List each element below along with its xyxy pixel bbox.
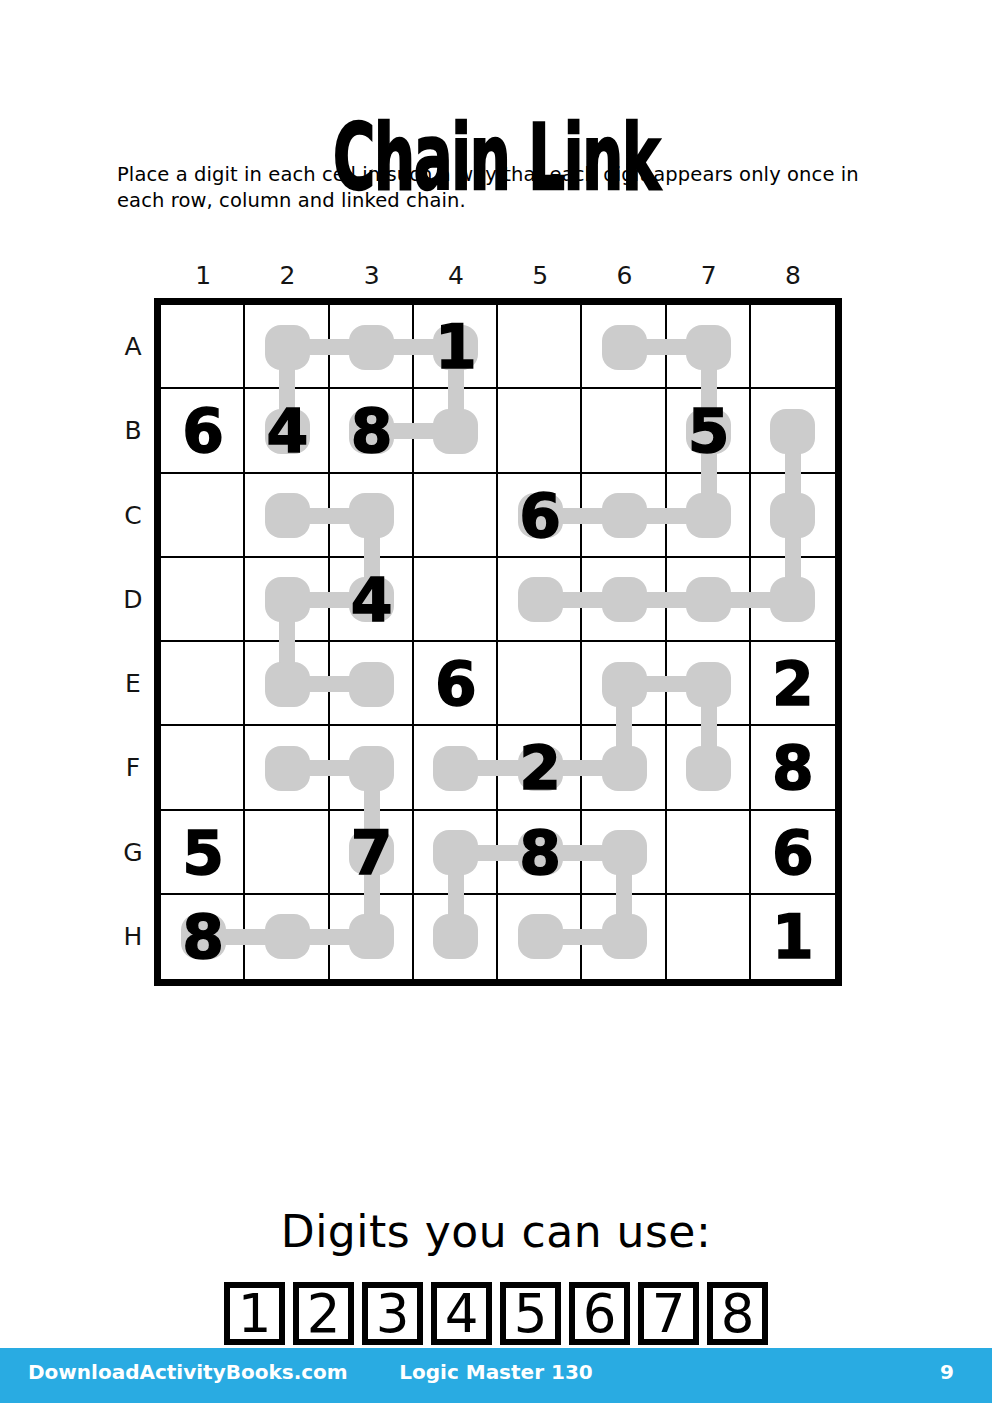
chain-dot-H6 <box>602 914 647 959</box>
given-digit-B3: 8 <box>330 389 414 473</box>
col-label-4: 4 <box>434 261 478 291</box>
chain-dot-E7 <box>686 662 731 707</box>
puzzle-page: Chain Link Place a digit in each cell in… <box>0 0 992 1403</box>
given-digit-G5: 8 <box>498 811 582 895</box>
digit-box-label-4: 4 <box>445 1287 479 1340</box>
digit-box-label-7: 7 <box>652 1287 686 1340</box>
cell-D4 <box>414 558 498 642</box>
chain-dot-B4 <box>433 409 478 454</box>
given-digit-E4: 6 <box>414 642 498 726</box>
footer-page-number: 9 <box>940 1348 954 1396</box>
chain-dot-C7 <box>686 493 731 538</box>
instructions-line-2: each row, column and linked chain. <box>117 188 859 214</box>
chain-dot-B8 <box>770 409 815 454</box>
digit-box-8: 8 <box>707 1282 768 1345</box>
footer-bar: DownloadActivityBooks.com Logic Master 1… <box>0 1348 992 1403</box>
chain-dot-H4 <box>433 914 478 959</box>
given-digit-D3: 4 <box>330 558 414 642</box>
digit-boxes: 12345678 <box>0 1282 992 1345</box>
cell-G7 <box>667 811 751 895</box>
row-label-H: H <box>111 922 155 952</box>
col-label-6: 6 <box>602 261 646 291</box>
puzzle-board: 16485646228578681 <box>154 298 842 986</box>
chain-dot-F4 <box>433 746 478 791</box>
chain-dot-E2 <box>265 662 310 707</box>
row-label-A: A <box>111 332 155 362</box>
chain-dot-D8 <box>770 577 815 622</box>
chain-dot-H5 <box>518 914 563 959</box>
cell-C4 <box>414 474 498 558</box>
cell-D1 <box>161 558 245 642</box>
cell-A1 <box>161 305 245 389</box>
chain-dot-H2 <box>265 914 310 959</box>
chain-dot-G4 <box>433 830 478 875</box>
col-label-1: 1 <box>181 261 225 291</box>
row-label-F: F <box>111 753 155 783</box>
row-label-G: G <box>111 838 155 868</box>
chain-dot-D7 <box>686 577 731 622</box>
given-digit-B2: 4 <box>245 389 329 473</box>
col-label-8: 8 <box>771 261 815 291</box>
chain-dot-E3 <box>349 662 394 707</box>
row-label-D: D <box>111 585 155 615</box>
digit-box-4: 4 <box>431 1282 492 1345</box>
chain-dot-A6 <box>602 325 647 370</box>
cell-H7 <box>667 895 751 979</box>
chain-dot-F6 <box>602 746 647 791</box>
digit-box-label-1: 1 <box>238 1287 272 1340</box>
col-label-5: 5 <box>518 261 562 291</box>
chain-dot-C3 <box>349 493 394 538</box>
given-digit-F8: 8 <box>751 726 835 810</box>
cell-A5 <box>498 305 582 389</box>
instructions: Place a digit in each cell in such a way… <box>117 162 859 214</box>
digit-box-2: 2 <box>293 1282 354 1345</box>
row-label-E: E <box>111 669 155 699</box>
chain-dot-F3 <box>349 746 394 791</box>
cell-G2 <box>245 811 329 895</box>
chain-dot-A7 <box>686 325 731 370</box>
digit-box-1: 1 <box>224 1282 285 1345</box>
given-digit-B7: 5 <box>667 389 751 473</box>
given-digit-G3: 7 <box>330 811 414 895</box>
chain-dot-D5 <box>518 577 563 622</box>
digit-box-label-8: 8 <box>721 1287 755 1340</box>
footer-book-title: Logic Master 130 <box>0 1348 992 1396</box>
cell-C1 <box>161 474 245 558</box>
row-label-B: B <box>111 416 155 446</box>
col-label-2: 2 <box>265 261 309 291</box>
chain-dot-C2 <box>265 493 310 538</box>
given-digit-H8: 1 <box>751 895 835 979</box>
chain-dot-C6 <box>602 493 647 538</box>
col-label-7: 7 <box>687 261 731 291</box>
instructions-line-1: Place a digit in each cell in such a way… <box>117 162 859 188</box>
digits-heading: Digits you can use: <box>0 1206 992 1258</box>
row-label-C: C <box>111 501 155 531</box>
chain-dot-A3 <box>349 325 394 370</box>
chain-dot-G6 <box>602 830 647 875</box>
given-digit-A4: 1 <box>414 305 498 389</box>
digit-box-5: 5 <box>500 1282 561 1345</box>
given-digit-B1: 6 <box>161 389 245 473</box>
cell-F1 <box>161 726 245 810</box>
given-digit-G1: 5 <box>161 811 245 895</box>
cell-B6 <box>582 389 666 473</box>
chain-dot-D2 <box>265 577 310 622</box>
digit-box-label-3: 3 <box>376 1287 410 1340</box>
digit-box-6: 6 <box>569 1282 630 1345</box>
chain-dot-H3 <box>349 914 394 959</box>
chain-dot-F2 <box>265 746 310 791</box>
chain-dot-F7 <box>686 746 731 791</box>
given-digit-F5: 2 <box>498 726 582 810</box>
chain-dot-D6 <box>602 577 647 622</box>
given-digit-C5: 6 <box>498 474 582 558</box>
digit-box-label-2: 2 <box>307 1287 341 1340</box>
cell-E5 <box>498 642 582 726</box>
cell-E1 <box>161 642 245 726</box>
digit-box-7: 7 <box>638 1282 699 1345</box>
chain-dot-C8 <box>770 493 815 538</box>
cell-A8 <box>751 305 835 389</box>
digit-box-label-5: 5 <box>514 1287 548 1340</box>
cell-B5 <box>498 389 582 473</box>
chain-dot-E6 <box>602 662 647 707</box>
col-label-3: 3 <box>350 261 394 291</box>
digit-box-label-6: 6 <box>583 1287 617 1340</box>
given-digit-H1: 8 <box>161 895 245 979</box>
given-digit-G8: 6 <box>751 811 835 895</box>
digit-box-3: 3 <box>362 1282 423 1345</box>
chain-dot-A2 <box>265 325 310 370</box>
given-digit-E8: 2 <box>751 642 835 726</box>
